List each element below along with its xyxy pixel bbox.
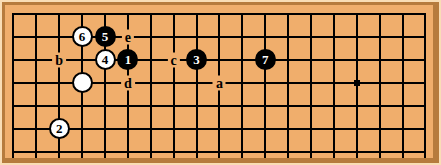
board-intersection[interactable] [94, 71, 117, 94]
board-intersection[interactable]: 7 [254, 48, 277, 71]
grid-line-vertical [287, 94, 289, 117]
board-intersection[interactable] [231, 25, 254, 48]
board-intersection[interactable] [48, 71, 71, 94]
board-intersection[interactable] [71, 71, 94, 94]
grid-line-vertical [424, 25, 426, 48]
board-intersection[interactable]: 4 [94, 48, 117, 71]
board-intersection[interactable] [277, 140, 300, 163]
grid-line-vertical [104, 140, 106, 163]
grid-line-vertical [379, 140, 381, 163]
board-intersection[interactable]: 3 [185, 48, 208, 71]
board-intersection[interactable] [71, 140, 94, 163]
grid-line-vertical [12, 13, 14, 26]
grid-line-vertical [402, 71, 404, 94]
grid-line-vertical [127, 94, 129, 117]
board-intersection[interactable] [368, 48, 391, 71]
board-intersection[interactable] [300, 71, 323, 94]
board-intersection[interactable] [368, 117, 391, 140]
board-intersection[interactable] [25, 117, 48, 140]
grid-line-vertical [196, 117, 198, 140]
board-intersection[interactable] [2, 140, 25, 163]
board-intersection[interactable] [300, 2, 323, 25]
grid-line-vertical [402, 117, 404, 140]
grid-line-vertical [287, 48, 289, 71]
grid-line-vertical [218, 13, 220, 26]
grid-line-vertical [424, 48, 426, 71]
grid-line-vertical [104, 117, 106, 140]
grid-line-vertical [35, 94, 37, 117]
grid-line-vertical [12, 117, 14, 140]
board-intersection[interactable] [254, 71, 277, 94]
board-intersection[interactable] [300, 94, 323, 117]
board-intersection[interactable] [48, 140, 71, 163]
board-intersection[interactable] [231, 117, 254, 140]
board-intersection[interactable] [208, 2, 231, 25]
grid-line-vertical [287, 71, 289, 94]
board-intersection[interactable] [48, 25, 71, 48]
grid-line-vertical [35, 13, 37, 26]
board-intersection[interactable] [414, 117, 437, 140]
board-intersection[interactable]: c [162, 48, 185, 71]
grid-line-vertical [379, 117, 381, 140]
board-intersection[interactable] [25, 25, 48, 48]
board-intersection[interactable] [25, 71, 48, 94]
board-intersection[interactable] [94, 140, 117, 163]
board-intersection[interactable] [162, 2, 185, 25]
board-intersection[interactable] [322, 48, 345, 71]
board-intersection[interactable] [2, 71, 25, 94]
stone-white-move-4: 4 [95, 49, 116, 70]
board-intersection[interactable] [116, 94, 139, 117]
grid-line-vertical [173, 71, 175, 94]
grid-line-vertical [173, 25, 175, 48]
grid-line-vertical [173, 94, 175, 117]
board-intersection[interactable]: 1 [116, 48, 139, 71]
grid-line-vertical [58, 25, 60, 48]
stone-white-unnumbered [72, 72, 93, 93]
grid-line-vertical [287, 140, 289, 163]
grid-line-vertical [150, 25, 152, 48]
grid-line-vertical [333, 140, 335, 163]
board-intersection[interactable] [2, 25, 25, 48]
board-intersection[interactable] [368, 25, 391, 48]
board-intersection[interactable] [185, 25, 208, 48]
grid-line-vertical [81, 48, 83, 71]
board-intersection[interactable] [391, 2, 414, 25]
grid-line-vertical [35, 25, 37, 48]
board-intersection[interactable] [139, 48, 162, 71]
board-intersection[interactable] [391, 71, 414, 94]
grid-line-vertical [310, 94, 312, 117]
board-intersection[interactable] [345, 140, 368, 163]
board-intersection[interactable] [208, 94, 231, 117]
grid-line-vertical [310, 140, 312, 163]
board-intersection[interactable] [414, 25, 437, 48]
board-intersection[interactable] [368, 2, 391, 25]
grid-line-vertical [58, 140, 60, 163]
grid-line-vertical [218, 94, 220, 117]
grid-line-vertical [35, 117, 37, 140]
grid-line-vertical [379, 13, 381, 26]
board-intersection[interactable] [162, 71, 185, 94]
grid-line-vertical [264, 25, 266, 48]
board-intersection[interactable] [139, 25, 162, 48]
board-intersection[interactable] [185, 2, 208, 25]
grid-line-vertical [58, 13, 60, 26]
grid-line-vertical [196, 13, 198, 26]
board-intersection[interactable] [322, 117, 345, 140]
board-intersection[interactable] [208, 117, 231, 140]
board-intersection[interactable] [345, 94, 368, 117]
grid-line-vertical [379, 71, 381, 94]
grid-line-vertical [356, 117, 358, 140]
star-point [354, 80, 360, 86]
grid-line-vertical [218, 48, 220, 71]
board-intersection[interactable] [162, 140, 185, 163]
board-intersection[interactable] [139, 94, 162, 117]
grid-line-vertical [12, 94, 14, 117]
board-intersection[interactable] [254, 94, 277, 117]
board-intersection[interactable] [345, 117, 368, 140]
grid-line-vertical [356, 48, 358, 71]
go-board: 65eb41c37da2 [2, 2, 437, 163]
grid-line-vertical [264, 140, 266, 163]
board-intersection[interactable] [116, 2, 139, 25]
board-intersection[interactable] [185, 117, 208, 140]
board-intersection[interactable] [254, 140, 277, 163]
grid-line-vertical [81, 117, 83, 140]
board-intersection[interactable] [300, 48, 323, 71]
board-intersection[interactable] [185, 140, 208, 163]
grid-line-vertical [310, 48, 312, 71]
grid-line-vertical [333, 48, 335, 71]
grid-line-vertical [241, 48, 243, 71]
grid-line-vertical [241, 140, 243, 163]
grid-line-vertical [356, 140, 358, 163]
board-intersection[interactable] [94, 117, 117, 140]
grid-line-vertical [402, 25, 404, 48]
board-intersection[interactable] [25, 140, 48, 163]
stone-black-move-7: 7 [255, 49, 276, 70]
grid-line-vertical [104, 94, 106, 117]
grid-line-vertical [379, 48, 381, 71]
grid-line-vertical [35, 48, 37, 71]
grid-line-vertical [196, 140, 198, 163]
grid-line-vertical [196, 94, 198, 117]
grid-line-vertical [379, 94, 381, 117]
grid-line-vertical [333, 94, 335, 117]
grid-line-vertical [424, 94, 426, 117]
board-intersection[interactable] [414, 140, 437, 163]
point-letter-c: c [168, 52, 180, 67]
board-intersection[interactable] [277, 2, 300, 25]
board-intersection[interactable] [254, 2, 277, 25]
grid-line-vertical [402, 140, 404, 163]
board-intersection[interactable] [300, 117, 323, 140]
grid-line-vertical [218, 117, 220, 140]
point-letter-e: e [122, 29, 134, 44]
board-intersection[interactable] [208, 140, 231, 163]
grid-line-vertical [150, 140, 152, 163]
grid-line-vertical [310, 117, 312, 140]
board-intersection[interactable] [25, 2, 48, 25]
board-intersection[interactable] [25, 48, 48, 71]
grid-line-vertical [424, 13, 426, 26]
grid-line-vertical [196, 25, 198, 48]
grid-line-vertical [150, 94, 152, 117]
board-intersection[interactable] [94, 2, 117, 25]
grid-line-vertical [241, 117, 243, 140]
grid-line-vertical [264, 71, 266, 94]
board-intersection[interactable] [368, 140, 391, 163]
grid-line-vertical [81, 13, 83, 26]
board-intersection[interactable] [277, 71, 300, 94]
grid-line-vertical [81, 94, 83, 117]
point-letter-d: d [121, 75, 135, 90]
board-intersection[interactable] [345, 25, 368, 48]
board-intersection[interactable] [48, 94, 71, 117]
board-intersection[interactable] [2, 94, 25, 117]
grid-line-vertical [173, 13, 175, 26]
grid-line-vertical [356, 13, 358, 26]
grid-line-vertical [264, 94, 266, 117]
board-intersection[interactable] [277, 25, 300, 48]
stone-white-move-2: 2 [49, 118, 70, 139]
grid-line-vertical [241, 25, 243, 48]
board-intersection[interactable] [48, 2, 71, 25]
stone-black-move-3: 3 [186, 49, 207, 70]
grid-line-vertical [241, 71, 243, 94]
board-intersection[interactable]: 5 [94, 25, 117, 48]
board-intersection[interactable] [185, 71, 208, 94]
grid-line-vertical [173, 117, 175, 140]
grid-line-vertical [150, 71, 152, 94]
board-intersection[interactable] [277, 48, 300, 71]
board-frame: 65eb41c37da2 [2, 2, 439, 163]
grid-line-vertical [150, 13, 152, 26]
board-intersection[interactable] [277, 117, 300, 140]
grid-line-vertical [356, 94, 358, 117]
board-intersection[interactable] [71, 117, 94, 140]
board-intersection[interactable] [254, 117, 277, 140]
board-intersection[interactable] [391, 117, 414, 140]
board-intersection[interactable] [185, 94, 208, 117]
board-intersection[interactable] [322, 94, 345, 117]
board-intersection[interactable]: 2 [48, 117, 71, 140]
board-intersection[interactable] [116, 117, 139, 140]
grid-line-vertical [127, 117, 129, 140]
board-intersection[interactable] [414, 94, 437, 117]
board-intersection[interactable] [345, 71, 368, 94]
board-intersection[interactable] [162, 94, 185, 117]
board-intersection[interactable]: 6 [71, 25, 94, 48]
board-intersection[interactable]: b [48, 48, 71, 71]
board-intersection[interactable] [71, 48, 94, 71]
grid-line-vertical [241, 13, 243, 26]
grid-line-vertical [379, 25, 381, 48]
board-intersection[interactable] [277, 94, 300, 117]
grid-line-vertical [424, 140, 426, 163]
board-intersection[interactable] [2, 48, 25, 71]
board-intersection[interactable] [414, 48, 437, 71]
grid-line-vertical [333, 71, 335, 94]
board-intersection[interactable] [2, 2, 25, 25]
grid-line-vertical [356, 25, 358, 48]
grid-line-vertical [127, 13, 129, 26]
grid-line-vertical [264, 13, 266, 26]
board-intersection[interactable] [391, 94, 414, 117]
board-intersection[interactable] [231, 2, 254, 25]
grid-line-vertical [58, 94, 60, 117]
grid-line-vertical [218, 25, 220, 48]
board-intersection[interactable] [25, 94, 48, 117]
grid-line-vertical [287, 25, 289, 48]
grid-line-vertical [402, 13, 404, 26]
board-intersection[interactable] [231, 48, 254, 71]
grid-line-vertical [310, 25, 312, 48]
grid-line-vertical [287, 13, 289, 26]
grid-line-vertical [173, 140, 175, 163]
board-intersection[interactable] [71, 94, 94, 117]
grid-line-vertical [333, 25, 335, 48]
board-intersection[interactable] [322, 140, 345, 163]
stone-white-move-6: 6 [72, 26, 93, 47]
stone-black-move-1: 1 [117, 49, 138, 70]
grid-line-vertical [12, 140, 14, 163]
grid-line-vertical [241, 94, 243, 117]
point-letter-b: b [52, 52, 66, 67]
board-intersection[interactable]: e [116, 25, 139, 48]
board-intersection[interactable] [139, 71, 162, 94]
grid-line-vertical [402, 94, 404, 117]
board-intersection[interactable] [71, 2, 94, 25]
board-intersection[interactable] [345, 48, 368, 71]
board-intersection[interactable] [300, 25, 323, 48]
grid-line-vertical [104, 71, 106, 94]
board-intersection[interactable] [208, 25, 231, 48]
board-intersection[interactable]: a [208, 71, 231, 94]
board-intersection[interactable] [139, 2, 162, 25]
board-intersection[interactable] [139, 117, 162, 140]
grid-line-vertical [35, 140, 37, 163]
go-diagram: 65eb41c37da2 [0, 0, 441, 165]
board-intersection[interactable] [368, 71, 391, 94]
grid-line-vertical [196, 71, 198, 94]
board-intersection[interactable] [254, 25, 277, 48]
board-intersection[interactable] [322, 25, 345, 48]
board-intersection[interactable] [391, 48, 414, 71]
grid-line-vertical [402, 48, 404, 71]
grid-line-vertical [12, 48, 14, 71]
point-letter-a: a [213, 75, 226, 90]
grid-line-vertical [310, 71, 312, 94]
board-intersection[interactable] [391, 140, 414, 163]
board-intersection[interactable] [2, 117, 25, 140]
board-intersection[interactable] [322, 71, 345, 94]
grid-line-vertical [58, 71, 60, 94]
grid-line-vertical [81, 140, 83, 163]
grid-line-vertical [333, 117, 335, 140]
grid-line-vertical [424, 71, 426, 94]
grid-line-vertical [218, 140, 220, 163]
board-intersection[interactable] [368, 94, 391, 117]
board-intersection[interactable] [139, 140, 162, 163]
board-intersection[interactable]: d [116, 71, 139, 94]
grid-line-vertical [12, 25, 14, 48]
grid-line-vertical [310, 13, 312, 26]
board-intersection[interactable] [94, 94, 117, 117]
grid-line-vertical [104, 13, 106, 26]
board-intersection[interactable] [414, 71, 437, 94]
grid-line-vertical [12, 71, 14, 94]
board-intersection[interactable] [231, 94, 254, 117]
grid-line-vertical [150, 117, 152, 140]
board-intersection[interactable] [231, 71, 254, 94]
grid-line-vertical [264, 117, 266, 140]
grid-line-vertical [333, 13, 335, 26]
grid-line-vertical [150, 48, 152, 71]
stone-black-move-5: 5 [95, 26, 116, 47]
board-intersection[interactable] [231, 140, 254, 163]
board-intersection[interactable] [162, 25, 185, 48]
board-intersection[interactable] [162, 117, 185, 140]
board-intersection[interactable] [300, 140, 323, 163]
grid-line-vertical [287, 117, 289, 140]
grid-line-vertical [35, 71, 37, 94]
board-intersection[interactable] [208, 48, 231, 71]
board-intersection[interactable] [322, 2, 345, 25]
grid-line-vertical [127, 140, 129, 163]
board-intersection[interactable] [414, 2, 437, 25]
grid-line-vertical [424, 117, 426, 140]
board-intersection[interactable] [391, 25, 414, 48]
board-intersection[interactable] [345, 2, 368, 25]
board-intersection[interactable] [116, 140, 139, 163]
